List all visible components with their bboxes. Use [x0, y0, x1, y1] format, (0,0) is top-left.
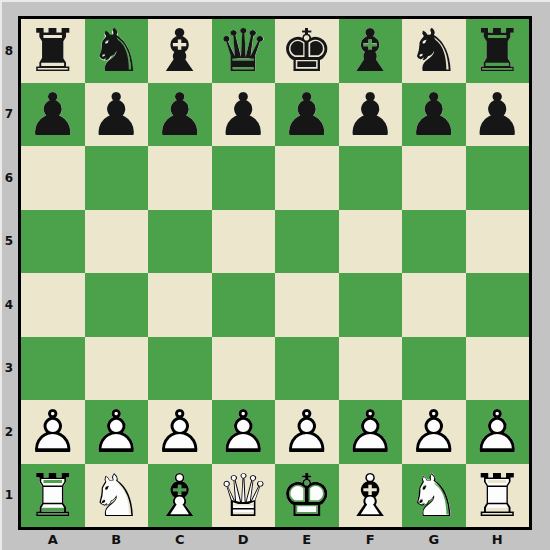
piece-glyph-overlay: ♜: [21, 19, 85, 83]
rank-label-3: 3: [0, 337, 18, 401]
piece-black-pawn[interactable]: ♙♟: [466, 83, 530, 147]
piece-black-pawn[interactable]: ♙♟: [148, 83, 212, 147]
square-a7[interactable]: ♙♟: [21, 83, 85, 147]
piece-black-pawn[interactable]: ♙♟: [212, 83, 276, 147]
square-g1[interactable]: ♞♘: [402, 464, 466, 528]
square-h8[interactable]: ♖♜: [466, 19, 530, 83]
piece-glyph-overlay: ♙: [85, 400, 149, 464]
square-a4[interactable]: [21, 273, 85, 337]
piece-glyph-overlay: ♙: [339, 400, 403, 464]
piece-black-bishop[interactable]: ♗♝: [339, 19, 403, 83]
piece-glyph-overlay: ♙: [148, 400, 212, 464]
piece-black-king[interactable]: ♔♚: [275, 19, 339, 83]
piece-glyph-overlay: ♙: [466, 400, 530, 464]
square-f7[interactable]: ♙♟: [339, 83, 403, 147]
file-label-b: B: [85, 529, 149, 549]
file-label-c: C: [148, 529, 212, 549]
square-g7[interactable]: ♙♟: [402, 83, 466, 147]
piece-glyph-overlay: ♕: [212, 464, 276, 528]
piece-glyph-overlay: ♟: [275, 83, 339, 147]
square-c5[interactable]: [148, 210, 212, 274]
square-d1[interactable]: ♛♕: [212, 464, 276, 528]
square-e2[interactable]: ♟♙: [275, 400, 339, 464]
square-d7[interactable]: ♙♟: [212, 83, 276, 147]
square-c4[interactable]: [148, 273, 212, 337]
piece-black-pawn[interactable]: ♙♟: [85, 83, 149, 147]
rank-label-8: 8: [0, 19, 18, 83]
square-a8[interactable]: ♖♜: [21, 19, 85, 83]
piece-glyph-overlay: ♗: [339, 464, 403, 528]
square-c8[interactable]: ♗♝: [148, 19, 212, 83]
square-f1[interactable]: ♝♗: [339, 464, 403, 528]
square-g6[interactable]: [402, 146, 466, 210]
square-c2[interactable]: ♟♙: [148, 400, 212, 464]
square-e6[interactable]: [275, 146, 339, 210]
square-b2[interactable]: ♟♙: [85, 400, 149, 464]
file-labels: ABCDEFGH: [21, 529, 529, 549]
piece-glyph-overlay: ♙: [21, 400, 85, 464]
piece-white-pawn[interactable]: ♟♙: [275, 400, 339, 464]
square-e3[interactable]: [275, 337, 339, 401]
piece-glyph-overlay: ♟: [212, 83, 276, 147]
piece-black-rook[interactable]: ♖♜: [21, 19, 85, 83]
piece-white-knight[interactable]: ♞♘: [402, 464, 466, 528]
chess-board: ♖♜♘♞♗♝♕♛♔♚♗♝♘♞♖♜♙♟♙♟♙♟♙♟♙♟♙♟♙♟♙♟♟♙♟♙♟♙♟♙…: [21, 19, 529, 527]
square-a3[interactable]: [21, 337, 85, 401]
square-c1[interactable]: ♝♗: [148, 464, 212, 528]
piece-black-pawn[interactable]: ♙♟: [402, 83, 466, 147]
piece-white-knight[interactable]: ♞♘: [85, 464, 149, 528]
piece-glyph-overlay: ♔: [275, 464, 339, 528]
square-h6[interactable]: [466, 146, 530, 210]
piece-glyph-overlay: ♟: [466, 83, 530, 147]
square-e5[interactable]: [275, 210, 339, 274]
square-h2[interactable]: ♟♙: [466, 400, 530, 464]
square-e4[interactable]: [275, 273, 339, 337]
square-b5[interactable]: [85, 210, 149, 274]
piece-glyph-overlay: ♟: [85, 83, 149, 147]
square-g2[interactable]: ♟♙: [402, 400, 466, 464]
file-label-f: F: [339, 529, 403, 549]
piece-glyph-overlay: ♟: [402, 83, 466, 147]
piece-glyph-overlay: ♙: [275, 400, 339, 464]
rank-labels: 87654321: [0, 19, 18, 527]
square-h3[interactable]: [466, 337, 530, 401]
piece-white-pawn[interactable]: ♟♙: [212, 400, 276, 464]
file-label-h: H: [466, 529, 530, 549]
square-c7[interactable]: ♙♟: [148, 83, 212, 147]
square-b8[interactable]: ♘♞: [85, 19, 149, 83]
square-f8[interactable]: ♗♝: [339, 19, 403, 83]
square-a5[interactable]: [21, 210, 85, 274]
rank-label-6: 6: [0, 146, 18, 210]
square-b6[interactable]: [85, 146, 149, 210]
square-g4[interactable]: [402, 273, 466, 337]
piece-white-rook[interactable]: ♜♖: [21, 464, 85, 528]
piece-glyph-overlay: ♖: [21, 464, 85, 528]
piece-glyph-overlay: ♛: [212, 19, 276, 83]
piece-glyph-overlay: ♜: [466, 19, 530, 83]
square-f4[interactable]: [339, 273, 403, 337]
piece-white-pawn[interactable]: ♟♙: [402, 400, 466, 464]
piece-glyph-overlay: ♙: [212, 400, 276, 464]
piece-glyph-overlay: ♘: [402, 464, 466, 528]
piece-glyph-overlay: ♗: [148, 464, 212, 528]
square-e1[interactable]: ♚♔: [275, 464, 339, 528]
square-d6[interactable]: [212, 146, 276, 210]
piece-black-rook[interactable]: ♖♜: [466, 19, 530, 83]
piece-glyph-overlay: ♞: [402, 19, 466, 83]
board-frame: ♖♜♘♞♗♝♕♛♔♚♗♝♘♞♖♜♙♟♙♟♙♟♙♟♙♟♙♟♙♟♙♟♟♙♟♙♟♙♟♙…: [18, 16, 532, 530]
square-d2[interactable]: ♟♙: [212, 400, 276, 464]
square-f2[interactable]: ♟♙: [339, 400, 403, 464]
rank-label-5: 5: [0, 210, 18, 274]
square-c3[interactable]: [148, 337, 212, 401]
square-c6[interactable]: [148, 146, 212, 210]
piece-white-pawn[interactable]: ♟♙: [466, 400, 530, 464]
piece-white-queen[interactable]: ♛♕: [212, 464, 276, 528]
piece-white-pawn[interactable]: ♟♙: [21, 400, 85, 464]
piece-black-pawn[interactable]: ♙♟: [21, 83, 85, 147]
piece-glyph-overlay: ♚: [275, 19, 339, 83]
square-g8[interactable]: ♘♞: [402, 19, 466, 83]
piece-glyph-overlay: ♝: [339, 19, 403, 83]
file-label-a: A: [21, 529, 85, 549]
square-e8[interactable]: ♔♚: [275, 19, 339, 83]
piece-black-knight[interactable]: ♘♞: [402, 19, 466, 83]
piece-black-pawn[interactable]: ♙♟: [275, 83, 339, 147]
square-a2[interactable]: ♟♙: [21, 400, 85, 464]
piece-glyph-overlay: ♟: [21, 83, 85, 147]
rank-label-7: 7: [0, 83, 18, 147]
piece-white-pawn[interactable]: ♟♙: [148, 400, 212, 464]
square-e7[interactable]: ♙♟: [275, 83, 339, 147]
chess-window: 87654321 ♖♜♘♞♗♝♕♛♔♚♗♝♘♞♖♜♙♟♙♟♙♟♙♟♙♟♙♟♙♟♙…: [0, 0, 550, 550]
square-h1[interactable]: ♜♖: [466, 464, 530, 528]
square-a1[interactable]: ♜♖: [21, 464, 85, 528]
piece-glyph-overlay: ♟: [148, 83, 212, 147]
square-d8[interactable]: ♕♛: [212, 19, 276, 83]
square-b1[interactable]: ♞♘: [85, 464, 149, 528]
piece-white-pawn[interactable]: ♟♙: [339, 400, 403, 464]
rank-label-2: 2: [0, 400, 18, 464]
rank-label-1: 1: [0, 464, 18, 528]
piece-white-pawn[interactable]: ♟♙: [85, 400, 149, 464]
square-b7[interactable]: ♙♟: [85, 83, 149, 147]
square-b4[interactable]: [85, 273, 149, 337]
piece-black-queen[interactable]: ♕♛: [212, 19, 276, 83]
square-g5[interactable]: [402, 210, 466, 274]
file-label-e: E: [275, 529, 339, 549]
piece-black-knight[interactable]: ♘♞: [85, 19, 149, 83]
square-f3[interactable]: [339, 337, 403, 401]
square-h5[interactable]: [466, 210, 530, 274]
file-label-g: G: [402, 529, 466, 549]
piece-glyph-overlay: ♙: [402, 400, 466, 464]
piece-glyph-overlay: ♟: [339, 83, 403, 147]
square-d4[interactable]: [212, 273, 276, 337]
square-b3[interactable]: [85, 337, 149, 401]
piece-glyph-overlay: ♖: [466, 464, 530, 528]
piece-white-king[interactable]: ♚♔: [275, 464, 339, 528]
square-f5[interactable]: [339, 210, 403, 274]
file-label-d: D: [212, 529, 276, 549]
piece-glyph-overlay: ♞: [85, 19, 149, 83]
square-a6[interactable]: [21, 146, 85, 210]
piece-glyph-overlay: ♘: [85, 464, 149, 528]
piece-white-bishop[interactable]: ♝♗: [339, 464, 403, 528]
square-f6[interactable]: [339, 146, 403, 210]
piece-black-bishop[interactable]: ♗♝: [148, 19, 212, 83]
square-d5[interactable]: [212, 210, 276, 274]
square-h4[interactable]: [466, 273, 530, 337]
piece-white-rook[interactable]: ♜♖: [466, 464, 530, 528]
square-h7[interactable]: ♙♟: [466, 83, 530, 147]
piece-glyph-overlay: ♝: [148, 19, 212, 83]
square-d3[interactable]: [212, 337, 276, 401]
piece-black-pawn[interactable]: ♙♟: [339, 83, 403, 147]
rank-label-4: 4: [0, 273, 18, 337]
piece-white-bishop[interactable]: ♝♗: [148, 464, 212, 528]
square-g3[interactable]: [402, 337, 466, 401]
